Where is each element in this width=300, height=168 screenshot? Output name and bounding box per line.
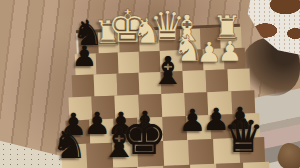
board-square [239, 137, 265, 163]
chess-board [80, 27, 246, 168]
board-square [137, 166, 165, 168]
board-square [235, 113, 260, 138]
board-square [87, 143, 113, 168]
board-square [72, 74, 95, 97]
board-square [116, 73, 139, 96]
board-square [203, 48, 225, 70]
photo-scene: ♞♜♚♞♛♝♜♟♞♟♟♝♟♟♟♟♟♟♟♞♝♚♛ [0, 0, 300, 168]
board-square [224, 48, 246, 70]
board-square [183, 70, 206, 93]
board-square [117, 52, 139, 74]
board-square [208, 91, 232, 115]
board-square [205, 69, 228, 92]
board-square [161, 71, 184, 94]
board-square [92, 96, 116, 120]
board-square [75, 53, 97, 75]
board-square [112, 142, 138, 168]
board-square [139, 30, 160, 52]
board-square [61, 144, 87, 168]
board-square [113, 118, 138, 143]
board-square [89, 119, 114, 144]
board-square [181, 49, 203, 71]
board-square [211, 114, 236, 139]
board-square [231, 90, 255, 114]
board-square [78, 32, 99, 54]
board-square [188, 139, 214, 165]
board-square [163, 165, 191, 168]
board-square [180, 28, 201, 50]
board-square [160, 50, 182, 72]
board-square [138, 94, 162, 118]
board-square [65, 120, 90, 145]
board-square [185, 92, 209, 116]
board-square [227, 69, 250, 92]
board-square [190, 164, 218, 168]
board-square [138, 72, 161, 95]
board-square [216, 163, 244, 168]
board-square [162, 116, 187, 141]
board-square [98, 32, 119, 54]
board-square [159, 29, 180, 51]
board-square [213, 138, 239, 164]
board-square [137, 141, 163, 167]
board-square [94, 74, 117, 97]
board-square [115, 95, 139, 119]
board-square [186, 115, 211, 140]
board-square [110, 167, 138, 168]
board-square [163, 140, 189, 166]
board-square [68, 97, 92, 121]
board-square [138, 117, 163, 142]
board-square [200, 28, 221, 50]
board-square [139, 51, 161, 73]
board-square [96, 53, 118, 75]
board-square [243, 162, 271, 168]
board-square [161, 93, 185, 117]
board-square [220, 27, 241, 49]
board-square [119, 31, 140, 53]
